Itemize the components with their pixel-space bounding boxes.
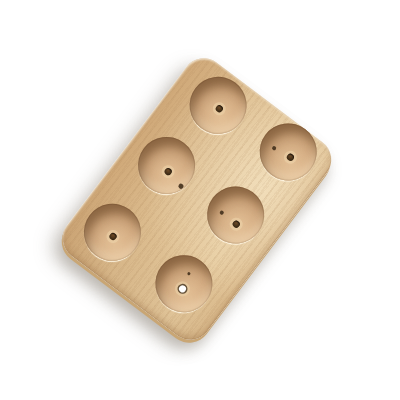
- board-caption: Overhead product photo of a light beech …: [0, 0, 1, 1]
- pit-r2c2[interactable]: [196, 174, 276, 254]
- pit-r1c1[interactable]: [178, 65, 258, 145]
- pit-r1c2[interactable]: [248, 111, 328, 191]
- pit-r3c1[interactable]: [72, 192, 152, 272]
- pit-r3c2[interactable]: [144, 243, 224, 323]
- pits-layer: [54, 49, 340, 348]
- pit-r2c1-wood-speck-1: [177, 182, 184, 189]
- pit-r2c2-wood-speck-1: [219, 210, 225, 216]
- pit-r3c2-wood-speck-1: [187, 271, 191, 275]
- pit-r2c2-center-hole: [231, 219, 241, 229]
- wooden-board: [54, 49, 340, 348]
- pit-r2c1[interactable]: [127, 125, 207, 205]
- product-photo-scene: Overhead product photo of a light beech …: [0, 0, 400, 400]
- pit-r1c2-center-hole: [285, 152, 295, 162]
- pit-r3c1-center-hole: [108, 231, 118, 241]
- pit-r1c1-center-hole: [214, 103, 224, 113]
- pit-r3c2-center-hole: [177, 283, 187, 293]
- pit-r2c1-center-hole: [163, 166, 173, 176]
- pit-r1c2-wood-speck-1: [271, 145, 277, 151]
